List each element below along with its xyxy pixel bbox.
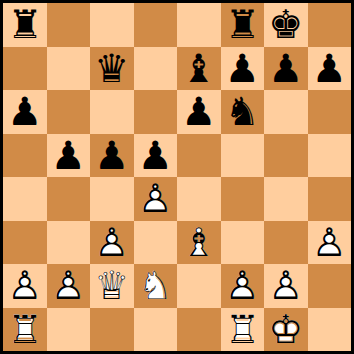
square-c2[interactable]: ♛♕ <box>90 264 134 308</box>
square-g6[interactable] <box>264 90 308 134</box>
black-pawn-b5[interactable]: ♟ <box>47 134 91 178</box>
black-queen-glyph: ♛ <box>90 47 134 91</box>
white-rook-f1[interactable]: ♜♖ <box>221 308 265 352</box>
white-king-g1[interactable]: ♚♔ <box>264 308 308 352</box>
square-a8[interactable]: ♜ <box>3 3 47 47</box>
square-h1[interactable] <box>308 308 352 352</box>
square-c3[interactable]: ♟♙ <box>90 221 134 265</box>
square-d6[interactable] <box>134 90 178 134</box>
white-pawn-c3[interactable]: ♟♙ <box>90 221 134 265</box>
white-queen-outline: ♕ <box>90 264 134 308</box>
white-pawn-outline: ♙ <box>134 177 178 221</box>
black-rook-glyph: ♜ <box>221 3 265 47</box>
white-bishop-e3[interactable]: ♝♗ <box>177 221 221 265</box>
square-c8[interactable] <box>90 3 134 47</box>
square-g5[interactable] <box>264 134 308 178</box>
square-h8[interactable] <box>308 3 352 47</box>
square-b4[interactable] <box>47 177 91 221</box>
white-pawn-b2[interactable]: ♟♙ <box>47 264 91 308</box>
square-e8[interactable] <box>177 3 221 47</box>
square-d1[interactable] <box>134 308 178 352</box>
square-h7[interactable]: ♟ <box>308 47 352 91</box>
black-pawn-glyph: ♟ <box>308 47 352 91</box>
square-e5[interactable] <box>177 134 221 178</box>
black-pawn-h7[interactable]: ♟ <box>308 47 352 91</box>
black-pawn-glyph: ♟ <box>134 134 178 178</box>
square-h4[interactable] <box>308 177 352 221</box>
square-b1[interactable] <box>47 308 91 352</box>
black-pawn-d5[interactable]: ♟ <box>134 134 178 178</box>
white-pawn-outline: ♙ <box>90 221 134 265</box>
square-c6[interactable] <box>90 90 134 134</box>
black-pawn-glyph: ♟ <box>3 90 47 134</box>
square-d3[interactable] <box>134 221 178 265</box>
square-d8[interactable] <box>134 3 178 47</box>
square-f1[interactable]: ♜♖ <box>221 308 265 352</box>
white-pawn-g2[interactable]: ♟♙ <box>264 264 308 308</box>
square-e2[interactable] <box>177 264 221 308</box>
black-rook-f8[interactable]: ♜ <box>221 3 265 47</box>
black-pawn-glyph: ♟ <box>177 90 221 134</box>
square-b2[interactable]: ♟♙ <box>47 264 91 308</box>
white-pawn-outline: ♙ <box>221 264 265 308</box>
square-d2[interactable]: ♞♘ <box>134 264 178 308</box>
square-f6[interactable]: ♞ <box>221 90 265 134</box>
square-c1[interactable] <box>90 308 134 352</box>
black-pawn-glyph: ♟ <box>47 134 91 178</box>
square-f3[interactable] <box>221 221 265 265</box>
black-pawn-glyph: ♟ <box>264 47 308 91</box>
square-e4[interactable] <box>177 177 221 221</box>
square-a7[interactable] <box>3 47 47 91</box>
black-king-g8[interactable]: ♚ <box>264 3 308 47</box>
square-g3[interactable] <box>264 221 308 265</box>
black-king-glyph: ♚ <box>264 3 308 47</box>
square-h3[interactable]: ♟♙ <box>308 221 352 265</box>
square-f2[interactable]: ♟♙ <box>221 264 265 308</box>
square-a2[interactable]: ♟♙ <box>3 264 47 308</box>
square-h2[interactable] <box>308 264 352 308</box>
white-rook-a1[interactable]: ♜♖ <box>3 308 47 352</box>
black-pawn-e6[interactable]: ♟ <box>177 90 221 134</box>
white-pawn-f2[interactable]: ♟♙ <box>221 264 265 308</box>
square-a4[interactable] <box>3 177 47 221</box>
square-h6[interactable] <box>308 90 352 134</box>
white-pawn-d4[interactable]: ♟♙ <box>134 177 178 221</box>
square-b6[interactable] <box>47 90 91 134</box>
white-rook-outline: ♖ <box>221 308 265 352</box>
black-queen-c7[interactable]: ♛ <box>90 47 134 91</box>
chess-board: ♜♜♚♛♝♟♟♟♟♟♞♟♟♟♟♙♟♙♝♗♟♙♟♙♟♙♛♕♞♘♟♙♟♙♜♖♜♖♚♔ <box>3 3 351 351</box>
square-d5[interactable]: ♟ <box>134 134 178 178</box>
square-d4[interactable]: ♟♙ <box>134 177 178 221</box>
white-king-outline: ♔ <box>264 308 308 352</box>
white-knight-outline: ♘ <box>134 264 178 308</box>
square-a5[interactable] <box>3 134 47 178</box>
square-a1[interactable]: ♜♖ <box>3 308 47 352</box>
square-a3[interactable] <box>3 221 47 265</box>
board-frame: ♜♜♚♛♝♟♟♟♟♟♞♟♟♟♟♙♟♙♝♗♟♙♟♙♟♙♛♕♞♘♟♙♟♙♜♖♜♖♚♔ <box>0 0 354 354</box>
square-f8[interactable]: ♜ <box>221 3 265 47</box>
square-e1[interactable] <box>177 308 221 352</box>
square-b8[interactable] <box>47 3 91 47</box>
black-pawn-glyph: ♟ <box>221 47 265 91</box>
square-c4[interactable] <box>90 177 134 221</box>
square-f7[interactable]: ♟ <box>221 47 265 91</box>
square-b3[interactable] <box>47 221 91 265</box>
square-e3[interactable]: ♝♗ <box>177 221 221 265</box>
square-e6[interactable]: ♟ <box>177 90 221 134</box>
white-pawn-outline: ♙ <box>308 221 352 265</box>
square-d7[interactable] <box>134 47 178 91</box>
white-pawn-h3[interactable]: ♟♙ <box>308 221 352 265</box>
black-bishop-e7[interactable]: ♝ <box>177 47 221 91</box>
square-h5[interactable] <box>308 134 352 178</box>
square-g8[interactable]: ♚ <box>264 3 308 47</box>
white-pawn-outline: ♙ <box>3 264 47 308</box>
square-b7[interactable] <box>47 47 91 91</box>
square-g2[interactable]: ♟♙ <box>264 264 308 308</box>
square-b5[interactable]: ♟ <box>47 134 91 178</box>
black-pawn-f7[interactable]: ♟ <box>221 47 265 91</box>
square-c7[interactable]: ♛ <box>90 47 134 91</box>
white-pawn-a2[interactable]: ♟♙ <box>3 264 47 308</box>
white-pawn-outline: ♙ <box>264 264 308 308</box>
square-g4[interactable] <box>264 177 308 221</box>
white-bishop-outline: ♗ <box>177 221 221 265</box>
black-bishop-glyph: ♝ <box>177 47 221 91</box>
square-c5[interactable]: ♟ <box>90 134 134 178</box>
black-rook-a8[interactable]: ♜ <box>3 3 47 47</box>
square-f4[interactable] <box>221 177 265 221</box>
black-pawn-g7[interactable]: ♟ <box>264 47 308 91</box>
white-knight-d2[interactable]: ♞♘ <box>134 264 178 308</box>
white-rook-outline: ♖ <box>3 308 47 352</box>
square-g1[interactable]: ♚♔ <box>264 308 308 352</box>
square-g7[interactable]: ♟ <box>264 47 308 91</box>
black-pawn-c5[interactable]: ♟ <box>90 134 134 178</box>
square-e7[interactable]: ♝ <box>177 47 221 91</box>
square-f5[interactable] <box>221 134 265 178</box>
black-rook-glyph: ♜ <box>3 3 47 47</box>
square-a6[interactable]: ♟ <box>3 90 47 134</box>
black-knight-glyph: ♞ <box>221 90 265 134</box>
white-queen-c2[interactable]: ♛♕ <box>90 264 134 308</box>
white-pawn-outline: ♙ <box>47 264 91 308</box>
black-pawn-glyph: ♟ <box>90 134 134 178</box>
black-knight-f6[interactable]: ♞ <box>221 90 265 134</box>
black-pawn-a6[interactable]: ♟ <box>3 90 47 134</box>
